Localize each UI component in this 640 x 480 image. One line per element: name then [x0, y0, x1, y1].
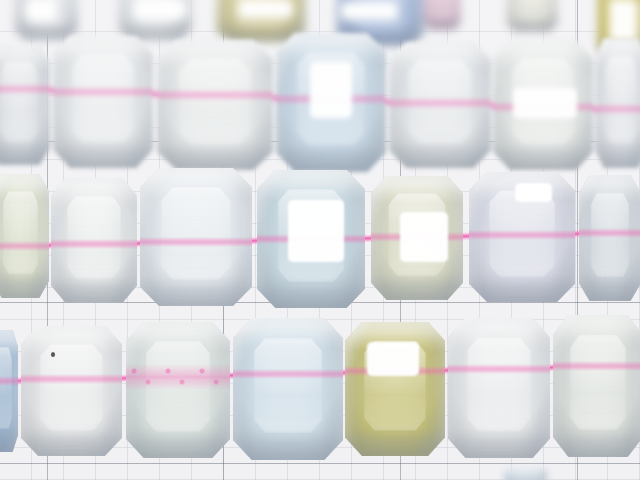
bead-face: [511, 470, 538, 480]
bead: [503, 468, 547, 480]
bead-strands-photo: [0, 0, 640, 480]
background-strand-bottom: [0, 0, 640, 480]
